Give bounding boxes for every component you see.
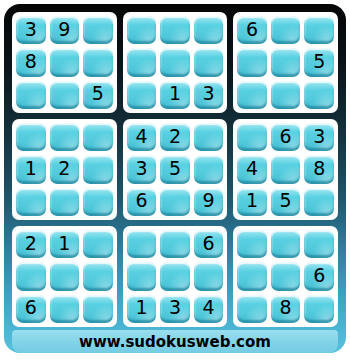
cell-r4c8[interactable]: 6 — [271, 123, 301, 151]
cell-r7c3[interactable] — [83, 230, 113, 258]
sudoku-box-r2c1: 12 — [12, 119, 117, 220]
cell-r4c7[interactable] — [237, 123, 267, 151]
cell-r9c6[interactable]: 4 — [194, 295, 224, 323]
cell-r8c7[interactable] — [237, 262, 267, 290]
cell-r3c7[interactable] — [237, 81, 267, 109]
cell-r6c3[interactable] — [83, 188, 113, 216]
sudoku-box-r2c3: 634815 — [233, 119, 338, 220]
cell-r8c2[interactable] — [50, 262, 80, 290]
board-frame: 3985136512423569634815216613468 www.sudo… — [4, 4, 346, 353]
cell-r3c4[interactable] — [127, 81, 157, 109]
cell-r1c9[interactable] — [304, 16, 334, 44]
cell-r7c1[interactable]: 2 — [16, 230, 46, 258]
cell-r9c2[interactable] — [50, 295, 80, 323]
cell-r9c4[interactable]: 1 — [127, 295, 157, 323]
cell-r3c5[interactable]: 1 — [160, 81, 190, 109]
sudoku-box-r1c3: 65 — [233, 12, 338, 113]
cell-r4c9[interactable]: 3 — [304, 123, 334, 151]
cell-r1c7[interactable]: 6 — [237, 16, 267, 44]
sudoku-box-r1c1: 3985 — [12, 12, 117, 113]
cell-r8c4[interactable] — [127, 262, 157, 290]
cell-r2c2[interactable] — [50, 48, 80, 76]
cell-r6c2[interactable] — [50, 188, 80, 216]
cell-r5c5[interactable]: 5 — [160, 155, 190, 183]
cell-r1c2[interactable]: 9 — [50, 16, 80, 44]
cell-r6c8[interactable]: 5 — [271, 188, 301, 216]
cell-r1c3[interactable] — [83, 16, 113, 44]
cell-r4c4[interactable]: 4 — [127, 123, 157, 151]
cell-r5c4[interactable]: 3 — [127, 155, 157, 183]
cell-r4c3[interactable] — [83, 123, 113, 151]
cell-r4c2[interactable] — [50, 123, 80, 151]
cell-r8c1[interactable] — [16, 262, 46, 290]
cell-r3c1[interactable] — [16, 81, 46, 109]
cell-r2c5[interactable] — [160, 48, 190, 76]
cell-r5c2[interactable]: 2 — [50, 155, 80, 183]
cell-r8c3[interactable] — [83, 262, 113, 290]
cell-r6c1[interactable] — [16, 188, 46, 216]
sudoku-box-r3c1: 216 — [12, 226, 117, 327]
cell-r7c4[interactable] — [127, 230, 157, 258]
cell-r5c9[interactable]: 8 — [304, 155, 334, 183]
cell-r2c6[interactable] — [194, 48, 224, 76]
cell-r9c5[interactable]: 3 — [160, 295, 190, 323]
cell-r5c3[interactable] — [83, 155, 113, 183]
sudoku-box-r3c2: 6134 — [123, 226, 228, 327]
sudoku-board: 3985136512423569634815216613468 — [12, 12, 338, 327]
cell-r4c1[interactable] — [16, 123, 46, 151]
cell-r8c8[interactable] — [271, 262, 301, 290]
cell-r5c7[interactable]: 4 — [237, 155, 267, 183]
cell-r7c5[interactable] — [160, 230, 190, 258]
footer-bar: www.sudokusweb.com — [12, 330, 338, 353]
cell-r1c4[interactable] — [127, 16, 157, 44]
cell-r8c9[interactable]: 6 — [304, 262, 334, 290]
cell-r2c3[interactable] — [83, 48, 113, 76]
cell-r2c9[interactable]: 5 — [304, 48, 334, 76]
cell-r8c6[interactable] — [194, 262, 224, 290]
cell-r6c6[interactable]: 9 — [194, 188, 224, 216]
cell-r6c9[interactable] — [304, 188, 334, 216]
cell-r5c1[interactable]: 1 — [16, 155, 46, 183]
cell-r6c7[interactable]: 1 — [237, 188, 267, 216]
cell-r4c5[interactable]: 2 — [160, 123, 190, 151]
cell-r7c7[interactable] — [237, 230, 267, 258]
cell-r2c7[interactable] — [237, 48, 267, 76]
cell-r2c1[interactable]: 8 — [16, 48, 46, 76]
cell-r9c1[interactable]: 6 — [16, 295, 46, 323]
cell-r4c6[interactable] — [194, 123, 224, 151]
cell-r2c4[interactable] — [127, 48, 157, 76]
cell-r7c8[interactable] — [271, 230, 301, 258]
cell-r9c3[interactable] — [83, 295, 113, 323]
cell-r3c6[interactable]: 3 — [194, 81, 224, 109]
cell-r1c8[interactable] — [271, 16, 301, 44]
site-link[interactable]: www.sudokusweb.com — [79, 333, 271, 351]
cell-r3c9[interactable] — [304, 81, 334, 109]
cell-r7c9[interactable] — [304, 230, 334, 258]
cell-r3c2[interactable] — [50, 81, 80, 109]
cell-r7c6[interactable]: 6 — [194, 230, 224, 258]
cell-r3c8[interactable] — [271, 81, 301, 109]
cell-r5c8[interactable] — [271, 155, 301, 183]
cell-r1c6[interactable] — [194, 16, 224, 44]
cell-r6c4[interactable]: 6 — [127, 188, 157, 216]
cell-r3c3[interactable]: 5 — [83, 81, 113, 109]
cell-r5c6[interactable] — [194, 155, 224, 183]
cell-r1c5[interactable] — [160, 16, 190, 44]
sudoku-box-r1c2: 13 — [123, 12, 228, 113]
sudoku-box-r2c2: 423569 — [123, 119, 228, 220]
cell-r2c8[interactable] — [271, 48, 301, 76]
cell-r1c1[interactable]: 3 — [16, 16, 46, 44]
cell-r6c5[interactable] — [160, 188, 190, 216]
cell-r7c2[interactable]: 1 — [50, 230, 80, 258]
cell-r9c9[interactable] — [304, 295, 334, 323]
cell-r9c8[interactable]: 8 — [271, 295, 301, 323]
cell-r8c5[interactable] — [160, 262, 190, 290]
cell-r9c7[interactable] — [237, 295, 267, 323]
sudoku-box-r3c3: 68 — [233, 226, 338, 327]
